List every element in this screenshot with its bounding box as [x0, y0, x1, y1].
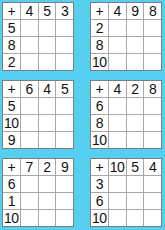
- header-addend-cell: 4: [109, 3, 126, 19]
- answer-cell[interactable]: [109, 98, 126, 114]
- addition-table-3: + 6 4 5 5 10 9: [2, 80, 74, 149]
- addition-table-5: + 7 2 9 6 1 10: [2, 158, 74, 227]
- worksheet: + 4 5 3 5 8 2 + 4 9 8 2 8 10 +: [0, 0, 165, 227]
- answer-cell[interactable]: [109, 210, 126, 226]
- answer-cell[interactable]: [127, 210, 144, 226]
- plus-operator-cell: +: [91, 3, 108, 19]
- answer-cell[interactable]: [21, 132, 38, 148]
- answer-cell[interactable]: [127, 20, 144, 36]
- header-addend-cell: 9: [56, 159, 73, 175]
- plus-operator-cell: +: [3, 159, 20, 175]
- row-addend-cell: 6: [3, 176, 20, 192]
- row-addend-cell: 10: [91, 132, 108, 148]
- answer-cell[interactable]: [56, 54, 73, 70]
- answer-cell[interactable]: [144, 54, 161, 70]
- row-addend-cell: 10: [3, 210, 20, 226]
- answer-cell[interactable]: [127, 193, 144, 209]
- answer-cell[interactable]: [56, 37, 73, 53]
- answer-cell[interactable]: [109, 20, 126, 36]
- row-addend-cell: 8: [3, 37, 20, 53]
- addition-table-1: + 4 5 3 5 8 2: [2, 2, 74, 71]
- addition-table-6: + 10 5 4 3 6 10: [90, 158, 162, 227]
- answer-cell[interactable]: [56, 210, 73, 226]
- answer-cell[interactable]: [39, 98, 56, 114]
- answer-cell[interactable]: [21, 115, 38, 131]
- answer-cell[interactable]: [39, 54, 56, 70]
- answer-cell[interactable]: [39, 37, 56, 53]
- header-addend-cell: 2: [39, 159, 56, 175]
- row-addend-cell: 2: [91, 20, 108, 36]
- answer-cell[interactable]: [127, 132, 144, 148]
- answer-cell[interactable]: [21, 37, 38, 53]
- answer-cell[interactable]: [109, 54, 126, 70]
- row-addend-cell: 1: [3, 193, 20, 209]
- answer-cell[interactable]: [109, 37, 126, 53]
- header-addend-cell: 3: [56, 3, 73, 19]
- header-addend-cell: 4: [21, 3, 38, 19]
- header-addend-cell: 8: [144, 3, 161, 19]
- header-addend-cell: 4: [144, 159, 161, 175]
- header-addend-cell: 5: [127, 159, 144, 175]
- header-addend-cell: 4: [109, 81, 126, 97]
- header-addend-cell: 10: [109, 159, 126, 175]
- answer-cell[interactable]: [109, 193, 126, 209]
- header-addend-cell: 2: [127, 81, 144, 97]
- header-addend-cell: 9: [127, 3, 144, 19]
- row-addend-cell: 8: [91, 115, 108, 131]
- header-addend-cell: 6: [21, 81, 38, 97]
- answer-cell[interactable]: [144, 20, 161, 36]
- answer-cell[interactable]: [144, 132, 161, 148]
- answer-cell[interactable]: [56, 115, 73, 131]
- row-addend-cell: 8: [91, 37, 108, 53]
- answer-cell[interactable]: [144, 115, 161, 131]
- answer-cell[interactable]: [144, 210, 161, 226]
- addition-table-2: + 4 9 8 2 8 10: [90, 2, 162, 71]
- answer-cell[interactable]: [21, 176, 38, 192]
- answer-cell[interactable]: [109, 132, 126, 148]
- answer-cell[interactable]: [39, 20, 56, 36]
- answer-cell[interactable]: [21, 210, 38, 226]
- plus-operator-cell: +: [91, 81, 108, 97]
- row-addend-cell: 5: [3, 20, 20, 36]
- answer-cell[interactable]: [56, 20, 73, 36]
- answer-cell[interactable]: [56, 132, 73, 148]
- answer-cell[interactable]: [56, 193, 73, 209]
- row-addend-cell: 3: [91, 176, 108, 192]
- row-addend-cell: 10: [3, 115, 20, 131]
- answer-cell[interactable]: [144, 98, 161, 114]
- plus-operator-cell: +: [3, 3, 20, 19]
- answer-cell[interactable]: [21, 54, 38, 70]
- row-addend-cell: 2: [3, 54, 20, 70]
- answer-cell[interactable]: [144, 176, 161, 192]
- plus-operator-cell: +: [91, 159, 108, 175]
- answer-cell[interactable]: [144, 37, 161, 53]
- answer-cell[interactable]: [127, 98, 144, 114]
- answer-cell[interactable]: [144, 193, 161, 209]
- answer-cell[interactable]: [109, 176, 126, 192]
- answer-cell[interactable]: [127, 54, 144, 70]
- answer-cell[interactable]: [39, 176, 56, 192]
- answer-cell[interactable]: [127, 37, 144, 53]
- header-addend-cell: 5: [39, 3, 56, 19]
- answer-cell[interactable]: [21, 20, 38, 36]
- row-addend-cell: 10: [91, 54, 108, 70]
- answer-cell[interactable]: [21, 98, 38, 114]
- addition-table-4: + 4 2 8 6 8 10: [90, 80, 162, 149]
- plus-operator-cell: +: [3, 81, 20, 97]
- answer-cell[interactable]: [109, 115, 126, 131]
- header-addend-cell: 5: [56, 81, 73, 97]
- answer-cell[interactable]: [21, 193, 38, 209]
- row-addend-cell: 5: [3, 98, 20, 114]
- row-addend-cell: 6: [91, 193, 108, 209]
- answer-cell[interactable]: [56, 176, 73, 192]
- row-addend-cell: 6: [91, 98, 108, 114]
- header-addend-cell: 8: [144, 81, 161, 97]
- answer-cell[interactable]: [39, 132, 56, 148]
- answer-cell[interactable]: [127, 115, 144, 131]
- row-addend-cell: 9: [3, 132, 20, 148]
- row-addend-cell: 10: [91, 210, 108, 226]
- header-addend-cell: 7: [21, 159, 38, 175]
- answer-cell[interactable]: [39, 115, 56, 131]
- answer-cell[interactable]: [127, 176, 144, 192]
- answer-cell[interactable]: [39, 210, 56, 226]
- answer-cell[interactable]: [39, 193, 56, 209]
- answer-cell[interactable]: [56, 98, 73, 114]
- header-addend-cell: 4: [39, 81, 56, 97]
